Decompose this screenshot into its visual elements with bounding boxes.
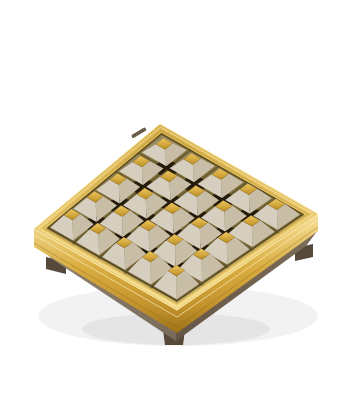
ashtray-3d-render bbox=[0, 0, 350, 415]
product-photo-stage: Square brass pyramid-stud grate ashtray … bbox=[0, 0, 350, 415]
